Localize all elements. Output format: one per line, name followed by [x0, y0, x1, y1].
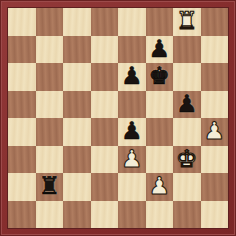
square-b3[interactable]	[36, 146, 64, 174]
square-d1[interactable]	[91, 201, 119, 229]
square-g7[interactable]	[173, 36, 201, 64]
square-h3[interactable]	[201, 146, 229, 174]
square-g3[interactable]: ♚	[173, 146, 201, 174]
square-f1[interactable]	[146, 201, 174, 229]
square-b7[interactable]	[36, 36, 64, 64]
square-a4[interactable]	[8, 118, 36, 146]
square-a7[interactable]	[8, 36, 36, 64]
square-h6[interactable]	[201, 63, 229, 91]
black-pawn[interactable]: ♟	[121, 118, 143, 146]
square-a3[interactable]	[8, 146, 36, 174]
square-h7[interactable]	[201, 36, 229, 64]
square-h8[interactable]	[201, 8, 229, 36]
square-g5[interactable]: ♟	[173, 91, 201, 119]
square-e8[interactable]	[118, 8, 146, 36]
square-a1[interactable]	[8, 201, 36, 229]
square-f2[interactable]: ♟	[146, 173, 174, 201]
black-king[interactable]: ♚	[148, 63, 170, 91]
black-pawn[interactable]: ♟	[121, 63, 143, 91]
square-f5[interactable]	[146, 91, 174, 119]
square-g1[interactable]	[173, 201, 201, 229]
square-h5[interactable]	[201, 91, 229, 119]
square-h4[interactable]: ♟	[201, 118, 229, 146]
square-f4[interactable]	[146, 118, 174, 146]
square-g4[interactable]	[173, 118, 201, 146]
square-b8[interactable]	[36, 8, 64, 36]
black-pawn[interactable]: ♟	[176, 91, 198, 119]
black-pawn[interactable]: ♟	[148, 36, 170, 64]
white-pawn[interactable]: ♟	[148, 173, 170, 201]
square-d3[interactable]	[91, 146, 119, 174]
square-g2[interactable]	[173, 173, 201, 201]
white-rook[interactable]: ♜	[176, 8, 198, 36]
square-c1[interactable]	[63, 201, 91, 229]
square-h1[interactable]	[201, 201, 229, 229]
white-king[interactable]: ♚	[176, 146, 198, 174]
square-h2[interactable]	[201, 173, 229, 201]
square-c6[interactable]	[63, 63, 91, 91]
square-b2[interactable]: ♜	[36, 173, 64, 201]
square-e4[interactable]: ♟	[118, 118, 146, 146]
square-f3[interactable]	[146, 146, 174, 174]
square-f6[interactable]: ♚	[146, 63, 174, 91]
square-c7[interactable]	[63, 36, 91, 64]
square-a8[interactable]	[8, 8, 36, 36]
square-f7[interactable]: ♟	[146, 36, 174, 64]
square-e5[interactable]	[118, 91, 146, 119]
square-a2[interactable]	[8, 173, 36, 201]
square-b1[interactable]	[36, 201, 64, 229]
square-c3[interactable]	[63, 146, 91, 174]
square-c4[interactable]	[63, 118, 91, 146]
chess-board: ♜♟♟♚♟♟♟♟♚♜♟	[8, 8, 228, 228]
square-b4[interactable]	[36, 118, 64, 146]
square-d2[interactable]	[91, 173, 119, 201]
square-e3[interactable]: ♟	[118, 146, 146, 174]
square-c2[interactable]	[63, 173, 91, 201]
white-pawn[interactable]: ♟	[121, 146, 143, 174]
square-d6[interactable]	[91, 63, 119, 91]
square-b6[interactable]	[36, 63, 64, 91]
square-g6[interactable]	[173, 63, 201, 91]
square-d5[interactable]	[91, 91, 119, 119]
square-d7[interactable]	[91, 36, 119, 64]
black-rook[interactable]: ♜	[38, 173, 60, 201]
square-c5[interactable]	[63, 91, 91, 119]
square-e6[interactable]: ♟	[118, 63, 146, 91]
square-d4[interactable]	[91, 118, 119, 146]
square-e2[interactable]	[118, 173, 146, 201]
square-a6[interactable]	[8, 63, 36, 91]
square-e1[interactable]	[118, 201, 146, 229]
square-c8[interactable]	[63, 8, 91, 36]
square-f8[interactable]	[146, 8, 174, 36]
square-g8[interactable]: ♜	[173, 8, 201, 36]
square-e7[interactable]	[118, 36, 146, 64]
square-d8[interactable]	[91, 8, 119, 36]
board-frame: ♜♟♟♚♟♟♟♟♚♜♟	[0, 0, 236, 236]
square-b5[interactable]	[36, 91, 64, 119]
square-a5[interactable]	[8, 91, 36, 119]
white-pawn[interactable]: ♟	[203, 118, 225, 146]
